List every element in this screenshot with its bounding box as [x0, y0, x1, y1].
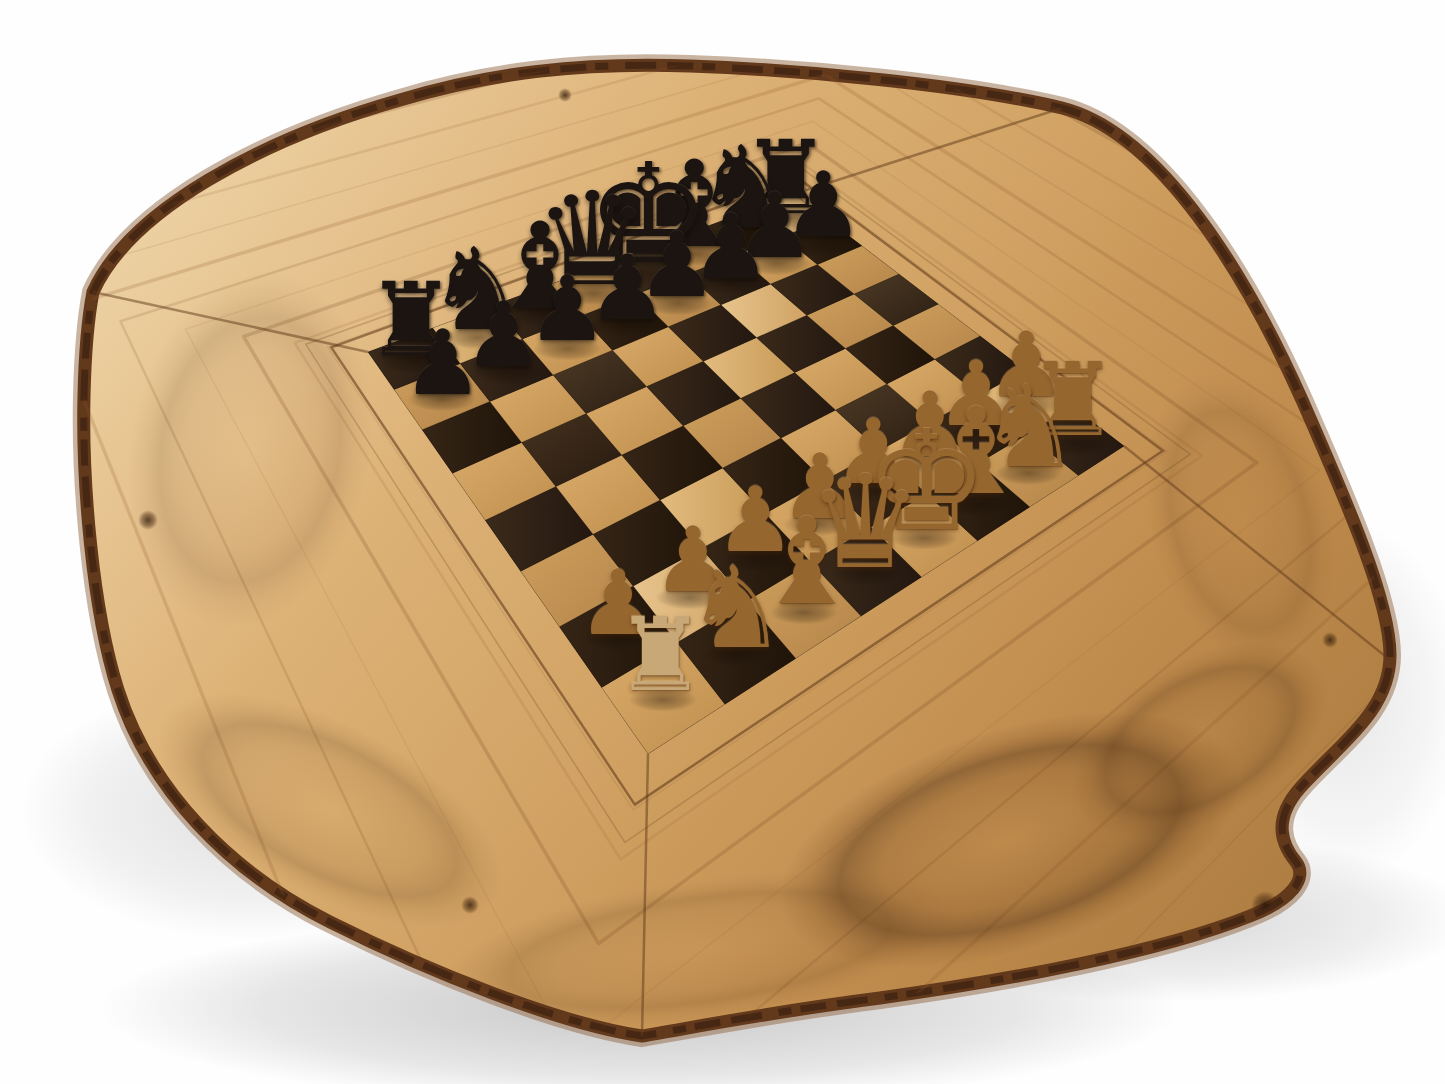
chessboard-scene	[0, 0, 1445, 1084]
product-photo-canvas: ♜♞♟♝♟♚♟♛♟♝♟♞♟♜♟♟♟♟♜♟♞♟♝♟♚♟♛♟♝♟♞♜	[0, 0, 1445, 1084]
